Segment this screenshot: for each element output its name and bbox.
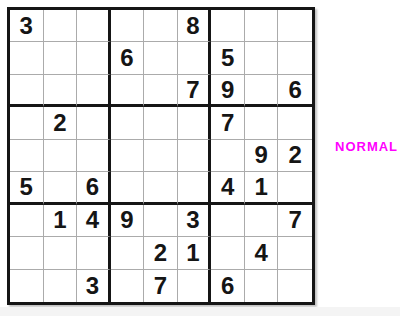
cell-r8c9[interactable]	[278, 237, 312, 269]
cell-r4c5[interactable]	[144, 107, 178, 139]
cell-r6c9[interactable]	[278, 172, 312, 204]
cell-r5c9[interactable]: 2	[278, 140, 312, 172]
cell-r5c8[interactable]: 9	[245, 140, 279, 172]
cell-r2c3[interactable]	[77, 42, 111, 74]
cell-r4c1[interactable]	[10, 107, 44, 139]
cell-r7c9[interactable]: 7	[278, 205, 312, 237]
cell-r2c4[interactable]: 6	[111, 42, 145, 74]
cell-r3c8[interactable]	[245, 75, 279, 107]
cell-r1c5[interactable]	[144, 10, 178, 42]
cell-r7c2[interactable]: 1	[44, 205, 78, 237]
cell-r9c7[interactable]: 6	[211, 270, 245, 302]
cell-r2c7[interactable]: 5	[211, 42, 245, 74]
cell-r5c2[interactable]	[44, 140, 78, 172]
cell-r5c4[interactable]	[111, 140, 145, 172]
cell-r7c3[interactable]: 4	[77, 205, 111, 237]
cell-r1c8[interactable]	[245, 10, 279, 42]
cell-r3c6[interactable]: 7	[178, 75, 212, 107]
cell-r7c5[interactable]	[144, 205, 178, 237]
cell-r3c4[interactable]	[111, 75, 145, 107]
cell-r8c2[interactable]	[44, 237, 78, 269]
cell-r9c6[interactable]	[178, 270, 212, 302]
cell-r5c3[interactable]	[77, 140, 111, 172]
cell-r8c4[interactable]	[111, 237, 145, 269]
cell-r3c1[interactable]	[10, 75, 44, 107]
cell-r5c5[interactable]	[144, 140, 178, 172]
cell-r9c2[interactable]	[44, 270, 78, 302]
cell-r6c8[interactable]: 1	[245, 172, 279, 204]
cell-r5c6[interactable]	[178, 140, 212, 172]
cell-r8c5[interactable]: 2	[144, 237, 178, 269]
cell-r8c3[interactable]	[77, 237, 111, 269]
cell-r4c7[interactable]: 7	[211, 107, 245, 139]
cell-r8c8[interactable]: 4	[245, 237, 279, 269]
cell-r1c3[interactable]	[77, 10, 111, 42]
cell-r4c3[interactable]	[77, 107, 111, 139]
cell-r2c1[interactable]	[10, 42, 44, 74]
cell-r1c1[interactable]: 3	[10, 10, 44, 42]
cell-r9c5[interactable]: 7	[144, 270, 178, 302]
cell-r2c6[interactable]	[178, 42, 212, 74]
cell-r9c4[interactable]	[111, 270, 145, 302]
cell-r4c6[interactable]	[178, 107, 212, 139]
cell-r3c7[interactable]: 9	[211, 75, 245, 107]
cell-r5c7[interactable]	[211, 140, 245, 172]
cell-r6c5[interactable]	[144, 172, 178, 204]
cell-r6c4[interactable]	[111, 172, 145, 204]
cell-r4c4[interactable]	[111, 107, 145, 139]
cell-r4c9[interactable]	[278, 107, 312, 139]
cell-r7c4[interactable]: 9	[111, 205, 145, 237]
bottom-strip	[0, 307, 400, 316]
cell-r3c2[interactable]	[44, 75, 78, 107]
cell-r8c7[interactable]	[211, 237, 245, 269]
difficulty-label: NORMAL	[335, 139, 398, 154]
cell-r8c1[interactable]	[10, 237, 44, 269]
cell-r2c8[interactable]	[245, 42, 279, 74]
cell-r6c3[interactable]: 6	[77, 172, 111, 204]
cell-r6c2[interactable]	[44, 172, 78, 204]
cell-r6c6[interactable]	[178, 172, 212, 204]
cell-r7c1[interactable]	[10, 205, 44, 237]
cell-r5c1[interactable]	[10, 140, 44, 172]
cell-r4c2[interactable]: 2	[44, 107, 78, 139]
cell-r2c9[interactable]	[278, 42, 312, 74]
cell-r2c5[interactable]	[144, 42, 178, 74]
cell-r8c6[interactable]: 1	[178, 237, 212, 269]
cell-r9c8[interactable]	[245, 270, 279, 302]
cell-r7c6[interactable]: 3	[178, 205, 212, 237]
cell-r9c1[interactable]	[10, 270, 44, 302]
cell-r9c9[interactable]	[278, 270, 312, 302]
cell-r3c5[interactable]	[144, 75, 178, 107]
cell-r1c2[interactable]	[44, 10, 78, 42]
cell-r7c7[interactable]	[211, 205, 245, 237]
cell-r1c6[interactable]: 8	[178, 10, 212, 42]
cell-r4c8[interactable]	[245, 107, 279, 139]
cell-r1c9[interactable]	[278, 10, 312, 42]
cell-r7c8[interactable]	[245, 205, 279, 237]
cell-r1c4[interactable]	[111, 10, 145, 42]
cell-r3c3[interactable]	[77, 75, 111, 107]
cell-r6c7[interactable]: 4	[211, 172, 245, 204]
sudoku-board: 38657962792564114937214376	[7, 7, 315, 305]
cell-r6c1[interactable]: 5	[10, 172, 44, 204]
cell-r3c9[interactable]: 6	[278, 75, 312, 107]
cell-r2c2[interactable]	[44, 42, 78, 74]
cell-r1c7[interactable]	[211, 10, 245, 42]
cell-r9c3[interactable]: 3	[77, 270, 111, 302]
